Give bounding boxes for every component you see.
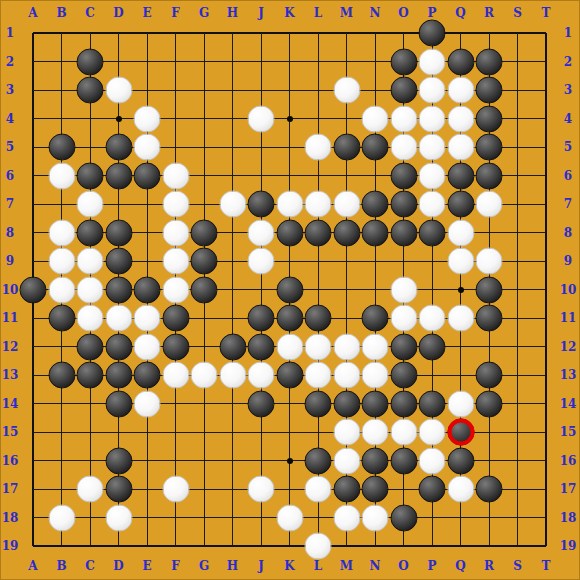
col-label-top: R — [484, 7, 494, 19]
col-label-top: Q — [455, 7, 465, 19]
white-stone-N12[interactable] — [362, 333, 389, 360]
white-stone-Q11[interactable] — [447, 305, 474, 332]
white-stone-E4[interactable] — [134, 105, 161, 132]
black-stone-K10[interactable] — [276, 276, 303, 303]
row-label-left: 10 — [2, 284, 19, 296]
black-stone-R3[interactable] — [476, 77, 503, 104]
black-stone-D10[interactable] — [105, 276, 132, 303]
black-stone-Q7[interactable] — [447, 191, 474, 218]
col-label-top: N — [370, 7, 381, 19]
black-stone-O3[interactable] — [390, 77, 417, 104]
black-stone-C12[interactable] — [77, 333, 104, 360]
white-stone-H13[interactable] — [219, 362, 246, 389]
white-stone-B10[interactable] — [48, 276, 75, 303]
row-label-left: 3 — [6, 84, 14, 96]
row-label-right: 12 — [560, 341, 577, 353]
row-label-right: 13 — [560, 369, 577, 381]
row-label-left: 2 — [6, 56, 14, 68]
black-stone-O14[interactable] — [390, 390, 417, 417]
black-stone-E6[interactable] — [134, 162, 161, 189]
col-label-bottom: A — [28, 560, 37, 572]
white-stone-P15[interactable] — [419, 419, 446, 446]
black-stone-M8[interactable] — [333, 219, 360, 246]
col-label-bottom: T — [542, 560, 551, 572]
white-stone-L12[interactable] — [305, 333, 332, 360]
black-stone-D8[interactable] — [105, 219, 132, 246]
black-stone-N11[interactable] — [362, 305, 389, 332]
white-stone-B18[interactable] — [48, 504, 75, 531]
white-stone-N4[interactable] — [362, 105, 389, 132]
row-label-right: 15 — [560, 426, 577, 438]
row-label-left: 8 — [6, 227, 14, 239]
white-stone-F6[interactable] — [162, 162, 189, 189]
col-label-top: K — [284, 7, 294, 19]
row-label-right: 7 — [564, 198, 572, 210]
black-stone-B13[interactable] — [48, 362, 75, 389]
star-point — [116, 116, 122, 122]
black-stone-L14[interactable] — [305, 390, 332, 417]
white-stone-K12[interactable] — [276, 333, 303, 360]
col-label-top: S — [513, 7, 522, 19]
white-stone-J9[interactable] — [248, 248, 275, 275]
black-stone-E10[interactable] — [134, 276, 161, 303]
black-stone-H12[interactable] — [219, 333, 246, 360]
white-stone-M13[interactable] — [333, 362, 360, 389]
black-stone-D16[interactable] — [105, 447, 132, 474]
row-label-right: 10 — [560, 284, 577, 296]
col-label-bottom: R — [484, 560, 494, 572]
row-label-right: 17 — [560, 483, 577, 495]
white-stone-N15[interactable] — [362, 419, 389, 446]
row-label-left: 7 — [6, 198, 14, 210]
black-stone-O13[interactable] — [390, 362, 417, 389]
black-stone-Q2[interactable] — [447, 48, 474, 75]
black-stone-R17[interactable] — [476, 476, 503, 503]
white-stone-O11[interactable] — [390, 305, 417, 332]
col-label-top: L — [314, 7, 322, 19]
black-stone-D17[interactable] — [105, 476, 132, 503]
row-label-left: 16 — [2, 455, 19, 467]
black-stone-D12[interactable] — [105, 333, 132, 360]
black-stone-P1[interactable] — [419, 20, 446, 47]
black-stone-N8[interactable] — [362, 219, 389, 246]
white-stone-O4[interactable] — [390, 105, 417, 132]
black-stone-F11[interactable] — [162, 305, 189, 332]
black-stone-K11[interactable] — [276, 305, 303, 332]
white-stone-C9[interactable] — [77, 248, 104, 275]
row-label-left: 13 — [2, 369, 19, 381]
white-stone-P5[interactable] — [419, 134, 446, 161]
col-label-top: O — [398, 7, 408, 19]
col-label-bottom: Q — [455, 560, 465, 572]
white-stone-M7[interactable] — [333, 191, 360, 218]
col-label-bottom: H — [227, 560, 238, 572]
white-stone-N13[interactable] — [362, 362, 389, 389]
white-stone-E11[interactable] — [134, 305, 161, 332]
col-label-top: A — [28, 7, 37, 19]
black-stone-D13[interactable] — [105, 362, 132, 389]
col-label-bottom: C — [85, 560, 95, 572]
white-stone-F8[interactable] — [162, 219, 189, 246]
white-stone-B6[interactable] — [48, 162, 75, 189]
white-stone-O15[interactable] — [390, 419, 417, 446]
white-stone-P4[interactable] — [419, 105, 446, 132]
row-label-left: 14 — [2, 398, 19, 410]
col-label-bottom: G — [199, 560, 209, 572]
white-stone-P2[interactable] — [419, 48, 446, 75]
row-label-right: 6 — [564, 170, 572, 182]
white-stone-B9[interactable] — [48, 248, 75, 275]
white-stone-F17[interactable] — [162, 476, 189, 503]
white-stone-N18[interactable] — [362, 504, 389, 531]
row-label-right: 3 — [564, 84, 572, 96]
black-stone-C8[interactable] — [77, 219, 104, 246]
row-label-right: 16 — [560, 455, 577, 467]
last-move-marker — [447, 419, 474, 446]
black-stone-Q16[interactable] — [447, 447, 474, 474]
row-label-right: 11 — [560, 312, 577, 324]
black-stone-C3[interactable] — [77, 77, 104, 104]
white-stone-H7[interactable] — [219, 191, 246, 218]
row-label-right: 4 — [564, 113, 572, 125]
black-stone-O7[interactable] — [390, 191, 417, 218]
black-stone-A10[interactable] — [20, 276, 47, 303]
black-stone-R6[interactable] — [476, 162, 503, 189]
black-stone-O12[interactable] — [390, 333, 417, 360]
black-stone-K13[interactable] — [276, 362, 303, 389]
white-stone-J13[interactable] — [248, 362, 275, 389]
white-stone-F13[interactable] — [162, 362, 189, 389]
white-stone-J4[interactable] — [248, 105, 275, 132]
star-point — [287, 116, 293, 122]
black-stone-N14[interactable] — [362, 390, 389, 417]
white-stone-K7[interactable] — [276, 191, 303, 218]
col-label-bottom: N — [370, 560, 381, 572]
row-label-right: 2 — [564, 56, 572, 68]
col-label-bottom: K — [284, 560, 294, 572]
row-label-left: 1 — [6, 27, 14, 39]
black-stone-E13[interactable] — [134, 362, 161, 389]
white-stone-M15[interactable] — [333, 419, 360, 446]
row-label-left: 19 — [2, 540, 19, 552]
col-label-bottom: F — [171, 560, 180, 572]
black-stone-C13[interactable] — [77, 362, 104, 389]
white-stone-C17[interactable] — [77, 476, 104, 503]
black-stone-R4[interactable] — [476, 105, 503, 132]
black-stone-F12[interactable] — [162, 333, 189, 360]
col-label-bottom: P — [427, 560, 436, 572]
col-label-bottom: B — [56, 560, 66, 572]
black-stone-P17[interactable] — [419, 476, 446, 503]
white-stone-C11[interactable] — [77, 305, 104, 332]
black-stone-O2[interactable] — [390, 48, 417, 75]
white-stone-P16[interactable] — [419, 447, 446, 474]
col-label-top: T — [542, 7, 551, 19]
white-stone-L19[interactable] — [305, 533, 332, 560]
col-label-bottom: E — [142, 560, 151, 572]
white-stone-O10[interactable] — [390, 276, 417, 303]
black-stone-R14[interactable] — [476, 390, 503, 417]
grid-hline — [33, 545, 546, 547]
white-stone-L13[interactable] — [305, 362, 332, 389]
white-stone-M18[interactable] — [333, 504, 360, 531]
black-stone-K8[interactable] — [276, 219, 303, 246]
white-stone-D18[interactable] — [105, 504, 132, 531]
black-stone-N5[interactable] — [362, 134, 389, 161]
screenshot-root: { "game": "go", "app": { "board_backgrou… — [0, 0, 580, 580]
white-stone-E5[interactable] — [134, 134, 161, 161]
white-stone-C7[interactable] — [77, 191, 104, 218]
white-stone-M3[interactable] — [333, 77, 360, 104]
black-stone-B5[interactable] — [48, 134, 75, 161]
col-label-top: C — [85, 7, 95, 19]
col-label-bottom: S — [513, 560, 522, 572]
white-stone-F9[interactable] — [162, 248, 189, 275]
white-stone-P3[interactable] — [419, 77, 446, 104]
go-board[interactable]: AABBCCDDEEFFGGHHJJKKLLMMNNOOPPQQRRSSTT11… — [0, 0, 580, 580]
white-stone-R9[interactable] — [476, 248, 503, 275]
black-stone-O8[interactable] — [390, 219, 417, 246]
white-stone-M16[interactable] — [333, 447, 360, 474]
white-stone-L7[interactable] — [305, 191, 332, 218]
col-label-top: B — [56, 7, 66, 19]
black-stone-D14[interactable] — [105, 390, 132, 417]
row-label-left: 4 — [6, 113, 14, 125]
black-stone-C2[interactable] — [77, 48, 104, 75]
row-label-left: 11 — [2, 312, 19, 324]
white-stone-M12[interactable] — [333, 333, 360, 360]
white-stone-R7[interactable] — [476, 191, 503, 218]
grid-vline — [545, 33, 547, 546]
black-stone-P8[interactable] — [419, 219, 446, 246]
white-stone-P7[interactable] — [419, 191, 446, 218]
white-stone-F7[interactable] — [162, 191, 189, 218]
white-stone-J8[interactable] — [248, 219, 275, 246]
white-stone-G13[interactable] — [191, 362, 218, 389]
col-label-bottom: L — [314, 560, 322, 572]
black-stone-R2[interactable] — [476, 48, 503, 75]
row-label-left: 6 — [6, 170, 14, 182]
col-label-top: D — [113, 7, 123, 19]
row-label-right: 19 — [560, 540, 577, 552]
white-stone-Q5[interactable] — [447, 134, 474, 161]
row-label-left: 12 — [2, 341, 19, 353]
black-stone-J12[interactable] — [248, 333, 275, 360]
white-stone-L17[interactable] — [305, 476, 332, 503]
white-stone-B8[interactable] — [48, 219, 75, 246]
black-stone-M17[interactable] — [333, 476, 360, 503]
white-stone-Q8[interactable] — [447, 219, 474, 246]
black-stone-N17[interactable] — [362, 476, 389, 503]
black-stone-D6[interactable] — [105, 162, 132, 189]
row-label-right: 14 — [560, 398, 577, 410]
row-label-right: 8 — [564, 227, 572, 239]
col-label-top: G — [199, 7, 209, 19]
col-label-top: E — [142, 7, 151, 19]
black-stone-L11[interactable] — [305, 305, 332, 332]
black-stone-C6[interactable] — [77, 162, 104, 189]
white-stone-E12[interactable] — [134, 333, 161, 360]
col-label-top: F — [171, 7, 180, 19]
white-stone-D3[interactable] — [105, 77, 132, 104]
black-stone-M14[interactable] — [333, 390, 360, 417]
white-stone-C10[interactable] — [77, 276, 104, 303]
col-label-top: P — [427, 7, 436, 19]
col-label-top: J — [258, 7, 264, 19]
black-stone-R13[interactable] — [476, 362, 503, 389]
black-stone-N16[interactable] — [362, 447, 389, 474]
star-point — [287, 458, 293, 464]
col-label-top: H — [227, 7, 238, 19]
row-label-right: 5 — [564, 141, 572, 153]
black-stone-G8[interactable] — [191, 219, 218, 246]
row-label-right: 1 — [564, 27, 572, 39]
grid-vline — [517, 33, 518, 546]
black-stone-M5[interactable] — [333, 134, 360, 161]
white-stone-K18[interactable] — [276, 504, 303, 531]
black-stone-R10[interactable] — [476, 276, 503, 303]
black-stone-D9[interactable] — [105, 248, 132, 275]
row-label-left: 5 — [6, 141, 14, 153]
black-stone-R11[interactable] — [476, 305, 503, 332]
col-label-bottom: J — [258, 560, 264, 572]
black-stone-G10[interactable] — [191, 276, 218, 303]
row-label-right: 18 — [560, 512, 577, 524]
black-stone-G9[interactable] — [191, 248, 218, 275]
row-label-left: 15 — [2, 426, 19, 438]
row-label-left: 9 — [6, 255, 14, 267]
black-stone-N7[interactable] — [362, 191, 389, 218]
black-stone-O16[interactable] — [390, 447, 417, 474]
star-point — [458, 287, 464, 293]
col-label-bottom: O — [398, 560, 408, 572]
white-stone-Q9[interactable] — [447, 248, 474, 275]
black-stone-Q6[interactable] — [447, 162, 474, 189]
black-stone-P12[interactable] — [419, 333, 446, 360]
col-label-top: M — [340, 7, 353, 19]
row-label-left: 17 — [2, 483, 19, 495]
white-stone-Q4[interactable] — [447, 105, 474, 132]
white-stone-Q3[interactable] — [447, 77, 474, 104]
row-label-right: 9 — [564, 255, 572, 267]
black-stone-L16[interactable] — [305, 447, 332, 474]
white-stone-F10[interactable] — [162, 276, 189, 303]
black-stone-L8[interactable] — [305, 219, 332, 246]
white-stone-Q14[interactable] — [447, 390, 474, 417]
white-stone-J17[interactable] — [248, 476, 275, 503]
white-stone-O5[interactable] — [390, 134, 417, 161]
row-label-left: 18 — [2, 512, 19, 524]
col-label-bottom: M — [340, 560, 353, 572]
black-stone-O6[interactable] — [390, 162, 417, 189]
white-stone-L5[interactable] — [305, 134, 332, 161]
white-stone-P6[interactable] — [419, 162, 446, 189]
black-stone-O18[interactable] — [390, 504, 417, 531]
black-stone-P14[interactable] — [419, 390, 446, 417]
black-stone-J11[interactable] — [248, 305, 275, 332]
black-stone-R5[interactable] — [476, 134, 503, 161]
white-stone-E14[interactable] — [134, 390, 161, 417]
white-stone-D11[interactable] — [105, 305, 132, 332]
black-stone-J14[interactable] — [248, 390, 275, 417]
col-label-bottom: D — [113, 560, 123, 572]
black-stone-J7[interactable] — [248, 191, 275, 218]
white-stone-P11[interactable] — [419, 305, 446, 332]
white-stone-Q17[interactable] — [447, 476, 474, 503]
black-stone-B11[interactable] — [48, 305, 75, 332]
black-stone-D5[interactable] — [105, 134, 132, 161]
